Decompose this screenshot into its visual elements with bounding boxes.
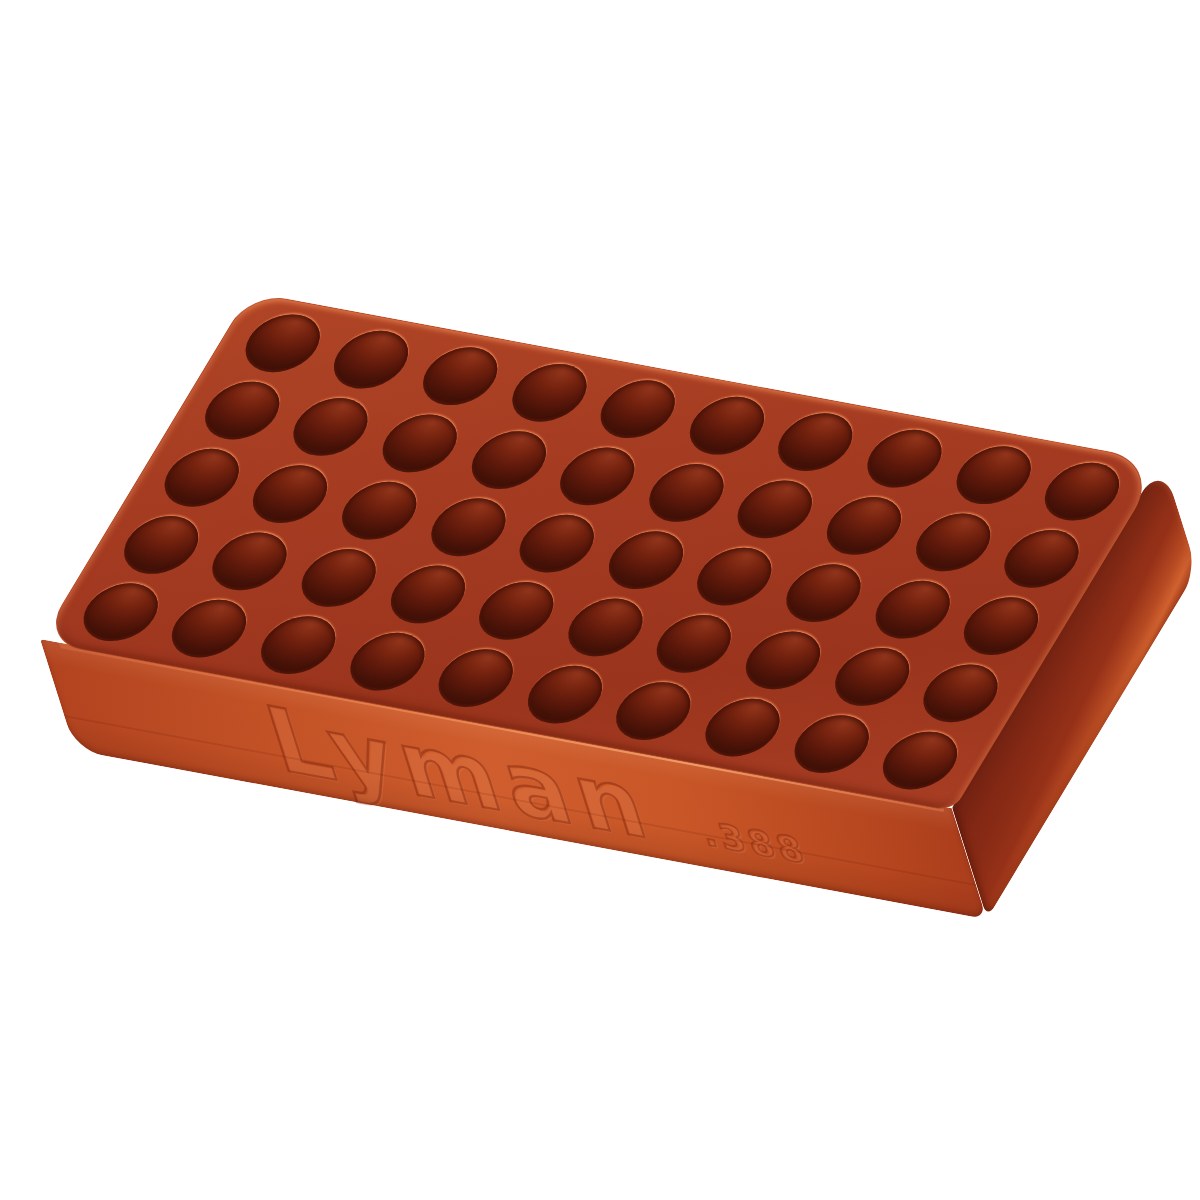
case-hole (248, 610, 348, 679)
case-hole (854, 425, 954, 494)
case-hole (693, 693, 793, 762)
case-hole (685, 542, 785, 611)
product-photo: Lyman .388 (0, 0, 1200, 1200)
case-hole (1032, 458, 1132, 527)
size-marking-text: .388 (696, 813, 813, 873)
case-hole (943, 441, 1043, 510)
case-hole (467, 576, 567, 645)
case-hole (911, 659, 1011, 728)
case-hole (555, 593, 655, 662)
case-hole (200, 527, 300, 596)
case-hole (588, 375, 688, 444)
case-hole (426, 643, 526, 712)
case-hole (515, 660, 615, 729)
case-hole (499, 359, 599, 428)
case-hole (733, 626, 833, 695)
case-hole (192, 376, 292, 445)
case-hole (232, 309, 332, 378)
case-hole (765, 408, 865, 477)
case-hole (160, 594, 260, 663)
case-hole (870, 726, 970, 795)
case-hole (604, 676, 704, 745)
case-hole (725, 475, 825, 544)
case-hole (418, 493, 518, 562)
case-hole (822, 642, 922, 711)
case-hole (321, 326, 421, 395)
case-hole (862, 575, 962, 644)
case-hole (459, 426, 559, 495)
case-hole (71, 577, 171, 646)
case-hole (370, 409, 470, 478)
case-hole (814, 492, 914, 561)
case-hole (782, 709, 882, 778)
case-hole (240, 460, 340, 529)
case-hole (951, 592, 1051, 661)
case-hole (289, 543, 389, 612)
case-hole (677, 392, 777, 461)
case-hole (507, 509, 607, 578)
case-hole (337, 627, 437, 696)
case-hole (547, 442, 647, 511)
case-hole (152, 443, 252, 512)
case-hole (596, 526, 696, 595)
case-hole (329, 476, 429, 545)
case-hole (903, 508, 1003, 577)
case-hole (992, 525, 1092, 594)
case-hole (378, 560, 478, 629)
case-hole (410, 342, 510, 411)
case-hole (281, 393, 381, 462)
case-hole (644, 609, 744, 678)
case-hole (774, 559, 874, 628)
case-hole (636, 459, 736, 528)
case-hole (111, 510, 211, 579)
